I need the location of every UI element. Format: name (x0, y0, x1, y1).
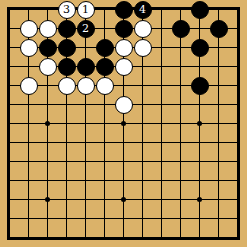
white-stone (20, 20, 38, 38)
board-intersections: 3142 (0, 0, 247, 247)
black-stone (96, 39, 114, 57)
black-stone (191, 1, 209, 19)
black-stone (172, 20, 190, 38)
black-stone (210, 20, 228, 38)
black-stone (58, 20, 76, 38)
white-stone (134, 39, 152, 57)
white-stone (20, 39, 38, 57)
black-stone (39, 39, 57, 57)
black-stone (115, 20, 133, 38)
white-stone (134, 20, 152, 38)
white-stone (115, 96, 133, 114)
black-stone (77, 58, 95, 76)
go-board[interactable]: 3142 (0, 0, 247, 247)
black-stone (58, 58, 76, 76)
black-stone (191, 77, 209, 95)
white-stone (39, 58, 57, 76)
white-stone (115, 58, 133, 76)
black-stone (96, 58, 114, 76)
white-stone (20, 77, 38, 95)
numbered-black-stone: 2 (77, 20, 95, 38)
white-stone (115, 39, 133, 57)
white-stone (58, 77, 76, 95)
white-stone (39, 20, 57, 38)
white-stone (96, 77, 114, 95)
numbered-white-stone: 1 (77, 1, 95, 19)
black-stone (191, 39, 209, 57)
numbered-white-stone: 3 (58, 1, 76, 19)
numbered-black-stone: 4 (134, 1, 152, 19)
white-stone (77, 77, 95, 95)
black-stone (115, 1, 133, 19)
black-stone (58, 39, 76, 57)
